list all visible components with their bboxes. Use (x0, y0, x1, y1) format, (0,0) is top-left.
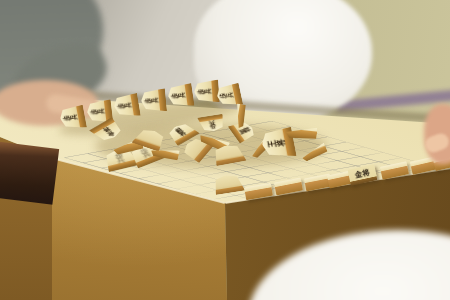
shogi-piece-face-up: 歩兵 (112, 92, 140, 117)
shogi-piece-side (300, 142, 328, 162)
shogi-piece-face-up: 歩兵 (197, 113, 227, 132)
shogi-piece-stand (244, 182, 273, 199)
piece-kanji: 歩兵 (144, 97, 159, 103)
shogi-piece-face-down (211, 173, 245, 195)
piece-kanji: 銀将 (174, 127, 187, 137)
piece-kanji: 歩兵 (171, 92, 186, 99)
shogi-piece-face-up: 歩兵 (140, 88, 167, 112)
piece-kanji: 王将 (266, 139, 285, 148)
piece-kanji: 歩兵 (197, 88, 211, 94)
shogi-piece-face-up: 歩兵 (58, 104, 87, 129)
piece-kanji: 歩兵 (220, 92, 235, 99)
shogi-photo-scene: 歩兵歩兵歩兵歩兵歩兵歩兵歩兵歩兵歩兵金将銀将歩兵桂馬王将金将 (0, 0, 450, 300)
piece-kanji: 歩兵 (208, 119, 217, 129)
shogi-piece-face-up: 歩兵 (215, 83, 243, 108)
piece-kanji: 歩兵 (90, 108, 105, 114)
shogi-piece-stand-face: 金将 (347, 164, 377, 185)
shogi-piece-face-up: 歩兵 (193, 79, 219, 103)
shogi-piece-face-up: 歩兵 (166, 83, 194, 108)
shogi-piece-stand (274, 177, 303, 195)
piece-kanji: 金将 (101, 126, 115, 137)
piece-kanji: 歩兵 (63, 114, 78, 121)
shogi-piece-stand (379, 161, 408, 179)
shogi-piece-face-up: 金将 (88, 118, 125, 145)
piece-kanji: 金将 (354, 169, 370, 179)
piece-kanji: 歩兵 (117, 102, 132, 109)
